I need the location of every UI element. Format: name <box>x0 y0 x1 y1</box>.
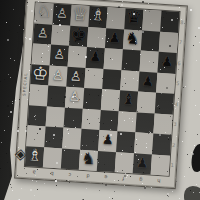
white-piece-b-d8[interactable]: ♗ <box>90 7 105 24</box>
square-f5[interactable] <box>120 70 139 92</box>
white-piece-q-c8[interactable]: ♕ <box>71 5 88 24</box>
rank-label-4: 4 <box>175 102 179 107</box>
black-piece-n-d1[interactable]: ♞ <box>81 150 96 167</box>
black-piece-p-g5[interactable]: ♟ <box>142 74 154 88</box>
file-label-f: f <box>122 176 124 181</box>
file-label-a: a <box>32 170 35 175</box>
file-label-b: b <box>50 171 54 176</box>
white-piece-k-a5[interactable]: ♔ <box>31 64 48 83</box>
square-b3[interactable] <box>46 106 65 128</box>
square-f3[interactable] <box>117 111 136 133</box>
square-a7[interactable]: ♙ <box>33 23 52 45</box>
rank-label-3: 3 <box>173 122 177 127</box>
square-f4[interactable]: ♝ <box>119 90 138 112</box>
square-d3[interactable] <box>82 108 101 130</box>
file-label-g: g <box>139 177 143 182</box>
black-piece-b-f4[interactable]: ♝ <box>121 92 135 108</box>
black-piece-p-e2[interactable]: ♟ <box>102 133 114 147</box>
square-c3[interactable] <box>64 107 83 129</box>
square-b7[interactable] <box>51 24 70 46</box>
square-b5[interactable]: ♙ <box>48 65 67 87</box>
square-e5[interactable] <box>102 69 121 91</box>
white-piece-p-c4[interactable]: ♙ <box>68 90 80 104</box>
white-piece-p-a7[interactable]: ♙ <box>37 26 49 40</box>
square-e7[interactable]: ♟ <box>105 28 124 50</box>
offboard-captured-piece <box>190 143 200 173</box>
square-b1[interactable] <box>43 147 62 169</box>
black-piece-p-h6[interactable]: ♟ <box>161 55 173 69</box>
square-c1[interactable] <box>61 148 80 170</box>
board-grid[interactable]: ♘♙♕♗♛♙♚♟♞♙♟♟♔♙♙♟♙♝♟♗♞♟ <box>25 2 180 175</box>
square-a5[interactable]: ♔ <box>30 64 49 86</box>
square-c2[interactable] <box>62 128 81 150</box>
rank-label-2: 2 <box>172 143 176 148</box>
square-d7[interactable] <box>87 27 106 49</box>
square-d6[interactable]: ♟ <box>86 47 105 69</box>
chess-board[interactable]: SPECIAL ◈ ♘♙♕♗♛♙♚♟♞♙♟♟♔♙♙♟♙♝♟♗♞♟ abcdefg… <box>14 0 188 189</box>
photo-stage: SPECIAL ◈ ♘♙♕♗♛♙♚♟♞♙♟♟♔♙♙♟♙♝♟♗♞♟ abcdefg… <box>0 0 200 200</box>
white-piece-p-b6[interactable]: ♙ <box>53 47 65 61</box>
file-label-d: d <box>86 173 90 178</box>
square-e3[interactable] <box>99 110 118 132</box>
square-g6[interactable] <box>139 51 158 73</box>
file-label-e: e <box>104 174 107 179</box>
square-e2[interactable]: ♟ <box>98 130 117 152</box>
square-g5[interactable]: ♟ <box>138 71 157 93</box>
square-c5[interactable]: ♙ <box>66 66 85 88</box>
rank-label-1: 1 <box>171 163 175 168</box>
white-piece-b-a1[interactable]: ♗ <box>27 147 42 164</box>
square-g1[interactable]: ♟ <box>133 153 152 175</box>
square-d8[interactable]: ♗ <box>88 6 107 28</box>
file-label-h: h <box>157 178 160 183</box>
black-piece-q-f8[interactable]: ♛ <box>126 9 142 27</box>
square-e4[interactable] <box>101 89 120 111</box>
square-a4[interactable] <box>29 84 48 106</box>
square-f7[interactable]: ♞ <box>123 29 142 51</box>
square-e6[interactable] <box>104 48 123 70</box>
square-c6[interactable] <box>68 46 87 68</box>
black-piece-p-e7[interactable]: ♟ <box>108 31 120 45</box>
square-d2[interactable] <box>80 129 99 151</box>
photo-corner-smudge <box>184 186 200 200</box>
file-label-c: c <box>68 172 71 177</box>
square-g2[interactable] <box>134 132 153 154</box>
square-d4[interactable] <box>83 88 102 110</box>
black-piece-p-d6[interactable]: ♟ <box>89 50 101 64</box>
square-e8[interactable] <box>106 7 125 29</box>
square-a3[interactable] <box>28 105 47 127</box>
square-a8[interactable]: ♘ <box>34 2 53 24</box>
square-g4[interactable] <box>137 91 156 113</box>
square-g8[interactable] <box>142 10 161 32</box>
square-b4[interactable] <box>47 85 66 107</box>
square-b2[interactable] <box>44 126 63 148</box>
white-piece-p-b5[interactable]: ♙ <box>52 68 64 82</box>
black-piece-n-f7[interactable]: ♞ <box>125 30 140 47</box>
square-b8[interactable]: ♙ <box>52 4 71 26</box>
square-g7[interactable] <box>141 30 160 52</box>
square-d5[interactable] <box>84 67 103 89</box>
square-f8[interactable]: ♛ <box>124 8 143 30</box>
square-f2[interactable] <box>116 131 135 153</box>
square-c4[interactable]: ♙ <box>65 87 84 109</box>
square-f6[interactable] <box>122 49 141 71</box>
black-piece-p-g1[interactable]: ♟ <box>136 156 148 170</box>
rank-label-6: 6 <box>177 61 181 66</box>
square-a1[interactable]: ♗ <box>25 146 44 168</box>
square-d1[interactable]: ♞ <box>79 149 98 171</box>
square-g3[interactable] <box>135 112 154 134</box>
white-piece-p-b8[interactable]: ♙ <box>56 7 68 21</box>
square-e1[interactable] <box>97 150 116 172</box>
white-piece-p-c5[interactable]: ♙ <box>70 69 82 83</box>
rank-label-5: 5 <box>176 81 180 86</box>
black-piece-k-c7[interactable]: ♚ <box>70 25 87 44</box>
white-piece-n-a8[interactable]: ♘ <box>36 4 51 21</box>
square-f1[interactable] <box>115 152 134 174</box>
rank-label-8: 8 <box>180 20 184 25</box>
square-b6[interactable]: ♙ <box>50 45 69 67</box>
square-c7[interactable]: ♚ <box>69 25 88 47</box>
rank-label-7: 7 <box>179 40 183 45</box>
square-a2[interactable] <box>26 125 45 147</box>
